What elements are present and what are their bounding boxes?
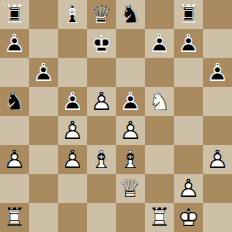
black-knight-outline: ♘ [116,0,145,29]
square-f1[interactable]: ♜♖ [145,203,174,232]
square-g8[interactable]: ♜♖ [174,0,203,29]
black-pawn: ♟♙ [0,29,29,58]
black-pawn: ♟♙ [145,29,174,58]
square-f5[interactable]: ♞♘ [145,87,174,116]
square-f4[interactable] [145,116,174,145]
black-knight-outline: ♘ [0,87,29,116]
white-queen-outline: ♕ [116,174,145,203]
square-a1[interactable]: ♜♖ [0,203,29,232]
square-h5[interactable] [203,87,232,116]
square-c6[interactable] [58,58,87,87]
white-pawn-outline: ♙ [174,174,203,203]
white-pawn-outline: ♙ [58,145,87,174]
square-c7[interactable] [58,29,87,58]
white-knight-outline: ♘ [145,87,174,116]
square-e8[interactable]: ♞♘ [116,0,145,29]
black-rook-outline: ♖ [0,0,29,29]
square-f3[interactable] [145,145,174,174]
square-h8[interactable] [203,0,232,29]
white-pawn-outline: ♙ [87,87,116,116]
square-f2[interactable] [145,174,174,203]
black-queen-outline: ♕ [87,0,116,29]
white-pawn: ♟♙ [0,145,29,174]
white-knight: ♞♘ [145,87,174,116]
white-bishop: ♝♗ [87,145,116,174]
square-g3[interactable] [174,145,203,174]
white-pawn: ♟♙ [58,116,87,145]
white-pawn: ♟♙ [116,116,145,145]
black-pawn: ♟♙ [203,58,232,87]
black-pawn-outline: ♙ [116,87,145,116]
square-c3[interactable]: ♟♙ [58,145,87,174]
chess-board: ♜♖♝♗♛♕♞♘♜♖♟♙♚♔♟♙♟♙♟♙♟♙♞♘♟♙♟♙♟♙♞♘♟♙♟♙♟♙♟♙… [0,0,232,232]
white-rook-outline: ♖ [0,203,29,232]
white-queen: ♛♕ [116,174,145,203]
white-king: ♚♔ [174,203,203,232]
square-g4[interactable] [174,116,203,145]
square-h3[interactable]: ♟♙ [203,145,232,174]
square-b6[interactable]: ♟♙ [29,58,58,87]
white-rook: ♜♖ [0,203,29,232]
black-pawn-outline: ♙ [58,87,87,116]
square-g7[interactable]: ♟♙ [174,29,203,58]
black-pawn-outline: ♙ [145,29,174,58]
black-pawn-outline: ♙ [174,29,203,58]
square-e2[interactable]: ♛♕ [116,174,145,203]
black-pawn-outline: ♙ [29,58,58,87]
black-rook: ♜♖ [174,0,203,29]
square-e5[interactable]: ♟♙ [116,87,145,116]
black-pawn: ♟♙ [58,87,87,116]
square-g1[interactable]: ♚♔ [174,203,203,232]
black-bishop-outline: ♗ [58,0,87,29]
black-queen: ♛♕ [87,0,116,29]
black-rook-outline: ♖ [174,0,203,29]
black-knight: ♞♘ [116,0,145,29]
square-a4[interactable] [0,116,29,145]
square-b7[interactable] [29,29,58,58]
square-f6[interactable] [145,58,174,87]
square-a6[interactable] [0,58,29,87]
black-pawn: ♟♙ [116,87,145,116]
square-f8[interactable] [145,0,174,29]
white-pawn-outline: ♙ [203,145,232,174]
square-h7[interactable] [203,29,232,58]
square-b5[interactable] [29,87,58,116]
square-c1[interactable] [58,203,87,232]
white-pawn-outline: ♙ [58,116,87,145]
white-pawn: ♟♙ [203,145,232,174]
white-king-outline: ♔ [174,203,203,232]
white-pawn: ♟♙ [87,87,116,116]
square-f7[interactable]: ♟♙ [145,29,174,58]
white-pawn: ♟♙ [174,174,203,203]
square-a8[interactable]: ♜♖ [0,0,29,29]
square-e6[interactable] [116,58,145,87]
square-c5[interactable]: ♟♙ [58,87,87,116]
square-d8[interactable]: ♛♕ [87,0,116,29]
square-a7[interactable]: ♟♙ [0,29,29,58]
square-a2[interactable] [0,174,29,203]
square-h2[interactable] [203,174,232,203]
square-e1[interactable] [116,203,145,232]
white-bishop: ♝♗ [116,145,145,174]
square-e4[interactable]: ♟♙ [116,116,145,145]
square-h4[interactable] [203,116,232,145]
white-pawn-outline: ♙ [116,116,145,145]
square-h6[interactable]: ♟♙ [203,58,232,87]
square-d1[interactable] [87,203,116,232]
square-c8[interactable]: ♝♗ [58,0,87,29]
square-c4[interactable]: ♟♙ [58,116,87,145]
black-bishop: ♝♗ [58,0,87,29]
black-pawn: ♟♙ [29,58,58,87]
square-g2[interactable]: ♟♙ [174,174,203,203]
black-rook: ♜♖ [0,0,29,29]
square-e7[interactable] [116,29,145,58]
square-b3[interactable] [29,145,58,174]
black-knight: ♞♘ [0,87,29,116]
square-g6[interactable] [174,58,203,87]
square-a5[interactable]: ♞♘ [0,87,29,116]
square-d7[interactable]: ♚♔ [87,29,116,58]
square-h1[interactable] [203,203,232,232]
black-pawn-outline: ♙ [0,29,29,58]
black-pawn-outline: ♙ [203,58,232,87]
square-b8[interactable] [29,0,58,29]
white-rook-outline: ♖ [145,203,174,232]
black-pawn: ♟♙ [174,29,203,58]
square-d2[interactable] [87,174,116,203]
square-b1[interactable] [29,203,58,232]
white-bishop-outline: ♗ [87,145,116,174]
square-c2[interactable] [58,174,87,203]
white-pawn: ♟♙ [58,145,87,174]
square-b2[interactable] [29,174,58,203]
square-d4[interactable] [87,116,116,145]
square-a3[interactable]: ♟♙ [0,145,29,174]
white-rook: ♜♖ [145,203,174,232]
white-pawn-outline: ♙ [0,145,29,174]
black-king: ♚♔ [87,29,116,58]
square-d6[interactable] [87,58,116,87]
square-e3[interactable]: ♝♗ [116,145,145,174]
square-b4[interactable] [29,116,58,145]
square-d3[interactable]: ♝♗ [87,145,116,174]
square-g5[interactable] [174,87,203,116]
black-king-outline: ♔ [87,29,116,58]
square-d5[interactable]: ♟♙ [87,87,116,116]
white-bishop-outline: ♗ [116,145,145,174]
